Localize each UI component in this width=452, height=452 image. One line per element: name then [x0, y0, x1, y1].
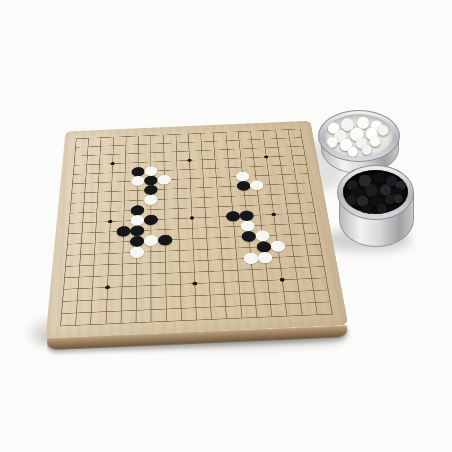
black-bowl-stones: ●●●●●●●●●●●●●●●●: [343, 170, 408, 214]
go-set-photo: ●●●●●●●●●●●●●●●●●●●●●●●●●●●● ●●●●●●●●●●●…: [0, 0, 452, 452]
white-stone: ●: [130, 247, 144, 258]
black-stone: ●: [130, 236, 144, 247]
bowl-stone: ●: [347, 144, 358, 157]
star-point: [271, 213, 276, 217]
white-stone: ●: [240, 220, 255, 231]
star-point: [108, 220, 113, 224]
star-point: [280, 278, 285, 282]
black-stone: ●: [239, 210, 254, 221]
star-point: [264, 155, 269, 158]
board-face: ●●●●●●●●●●●●●●●●●●●●●●●●●●●●: [45, 121, 348, 339]
white-stone: ●: [243, 253, 258, 265]
bowl-stone: ●: [376, 201, 387, 214]
white-stone: ●: [257, 252, 272, 264]
black-stone: ●: [158, 235, 172, 246]
go-board: ●●●●●●●●●●●●●●●●●●●●●●●●●●●●: [45, 121, 348, 339]
star-point: [192, 282, 197, 286]
white-bowl-stones: ●●●●●●●●●●●●●●: [325, 114, 393, 157]
bowl-stone: ●: [361, 202, 372, 214]
star-point: [105, 285, 110, 289]
black-stone: ●: [226, 211, 240, 222]
bowl-stone: ●: [393, 192, 403, 204]
white-stone: ●: [144, 235, 158, 246]
white-stone: ●: [131, 215, 145, 226]
white-stone: ●: [270, 240, 285, 251]
black-stone: ●: [144, 214, 158, 225]
black-stones-bowl: ●●●●●●●●●●●●●●●●: [337, 165, 415, 249]
black-stone: ●: [256, 241, 271, 252]
white-stone: ●: [255, 230, 270, 241]
bowl-stone: ●: [361, 142, 372, 155]
board-grid: [60, 129, 333, 327]
black-stone: ●: [241, 231, 256, 242]
black-stone: ●: [116, 226, 130, 237]
star-point: [190, 216, 195, 220]
star-point: [187, 159, 191, 162]
black-stone: ●: [130, 225, 144, 236]
star-point: [110, 162, 114, 165]
